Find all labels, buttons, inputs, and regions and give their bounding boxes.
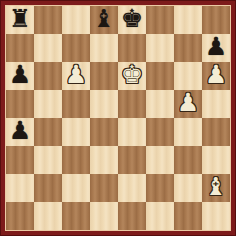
square-g4[interactable]: [174, 118, 202, 146]
square-e3[interactable]: [118, 146, 146, 174]
square-g1[interactable]: [174, 202, 202, 230]
square-a1[interactable]: [6, 202, 34, 230]
square-a5[interactable]: [6, 90, 34, 118]
square-b8[interactable]: [34, 6, 62, 34]
square-e8[interactable]: ♚: [118, 6, 146, 34]
black-king-e8[interactable]: ♚: [121, 6, 143, 33]
square-a7[interactable]: [6, 34, 34, 62]
square-b3[interactable]: [34, 146, 62, 174]
square-e1[interactable]: [118, 202, 146, 230]
square-c3[interactable]: [62, 146, 90, 174]
square-b5[interactable]: [34, 90, 62, 118]
black-rook-a8[interactable]: ♜: [9, 6, 31, 33]
square-b2[interactable]: [34, 174, 62, 202]
square-f3[interactable]: [146, 146, 174, 174]
square-a8[interactable]: ♜: [6, 6, 34, 34]
square-h5[interactable]: [202, 90, 230, 118]
square-f6[interactable]: [146, 62, 174, 90]
black-pawn-a6[interactable]: ♟: [9, 62, 31, 89]
square-b6[interactable]: [34, 62, 62, 90]
square-b1[interactable]: [34, 202, 62, 230]
square-e2[interactable]: [118, 174, 146, 202]
square-f8[interactable]: [146, 6, 174, 34]
square-d2[interactable]: [90, 174, 118, 202]
square-c6[interactable]: ♟: [62, 62, 90, 90]
square-c5[interactable]: [62, 90, 90, 118]
square-e4[interactable]: [118, 118, 146, 146]
square-f1[interactable]: [146, 202, 174, 230]
square-g8[interactable]: [174, 6, 202, 34]
square-g7[interactable]: [174, 34, 202, 62]
white-king-e6[interactable]: ♚: [121, 62, 143, 89]
square-d5[interactable]: [90, 90, 118, 118]
square-h6[interactable]: ♟: [202, 62, 230, 90]
square-d7[interactable]: [90, 34, 118, 62]
black-bishop-d8[interactable]: ♝: [93, 6, 115, 33]
square-h8[interactable]: [202, 6, 230, 34]
square-c4[interactable]: [62, 118, 90, 146]
square-h3[interactable]: [202, 146, 230, 174]
square-c1[interactable]: [62, 202, 90, 230]
square-a2[interactable]: [6, 174, 34, 202]
square-g3[interactable]: [174, 146, 202, 174]
board-frame: ♜♝♚♟♟♟♚♟♟♟♝: [0, 0, 236, 236]
square-d1[interactable]: [90, 202, 118, 230]
black-pawn-a4[interactable]: ♟: [9, 118, 31, 145]
square-e5[interactable]: [118, 90, 146, 118]
square-h4[interactable]: [202, 118, 230, 146]
square-d6[interactable]: [90, 62, 118, 90]
square-h1[interactable]: [202, 202, 230, 230]
square-g6[interactable]: [174, 62, 202, 90]
square-f4[interactable]: [146, 118, 174, 146]
square-e6[interactable]: ♚: [118, 62, 146, 90]
square-f2[interactable]: [146, 174, 174, 202]
square-b4[interactable]: [34, 118, 62, 146]
square-d8[interactable]: ♝: [90, 6, 118, 34]
square-f7[interactable]: [146, 34, 174, 62]
white-pawn-g5[interactable]: ♟: [177, 90, 199, 117]
square-e7[interactable]: [118, 34, 146, 62]
square-c2[interactable]: [62, 174, 90, 202]
square-d3[interactable]: [90, 146, 118, 174]
white-pawn-c6[interactable]: ♟: [65, 62, 87, 89]
square-a4[interactable]: ♟: [6, 118, 34, 146]
square-d4[interactable]: [90, 118, 118, 146]
square-c7[interactable]: [62, 34, 90, 62]
square-a6[interactable]: ♟: [6, 62, 34, 90]
square-h7[interactable]: ♟: [202, 34, 230, 62]
black-pawn-h7[interactable]: ♟: [205, 34, 227, 61]
square-f5[interactable]: [146, 90, 174, 118]
square-b7[interactable]: [34, 34, 62, 62]
square-h2[interactable]: ♝: [202, 174, 230, 202]
square-g2[interactable]: [174, 174, 202, 202]
chess-board: ♜♝♚♟♟♟♚♟♟♟♝: [6, 6, 230, 230]
white-bishop-h2[interactable]: ♝: [205, 174, 227, 201]
square-a3[interactable]: [6, 146, 34, 174]
square-c8[interactable]: [62, 6, 90, 34]
white-pawn-h6[interactable]: ♟: [205, 62, 227, 89]
square-g5[interactable]: ♟: [174, 90, 202, 118]
